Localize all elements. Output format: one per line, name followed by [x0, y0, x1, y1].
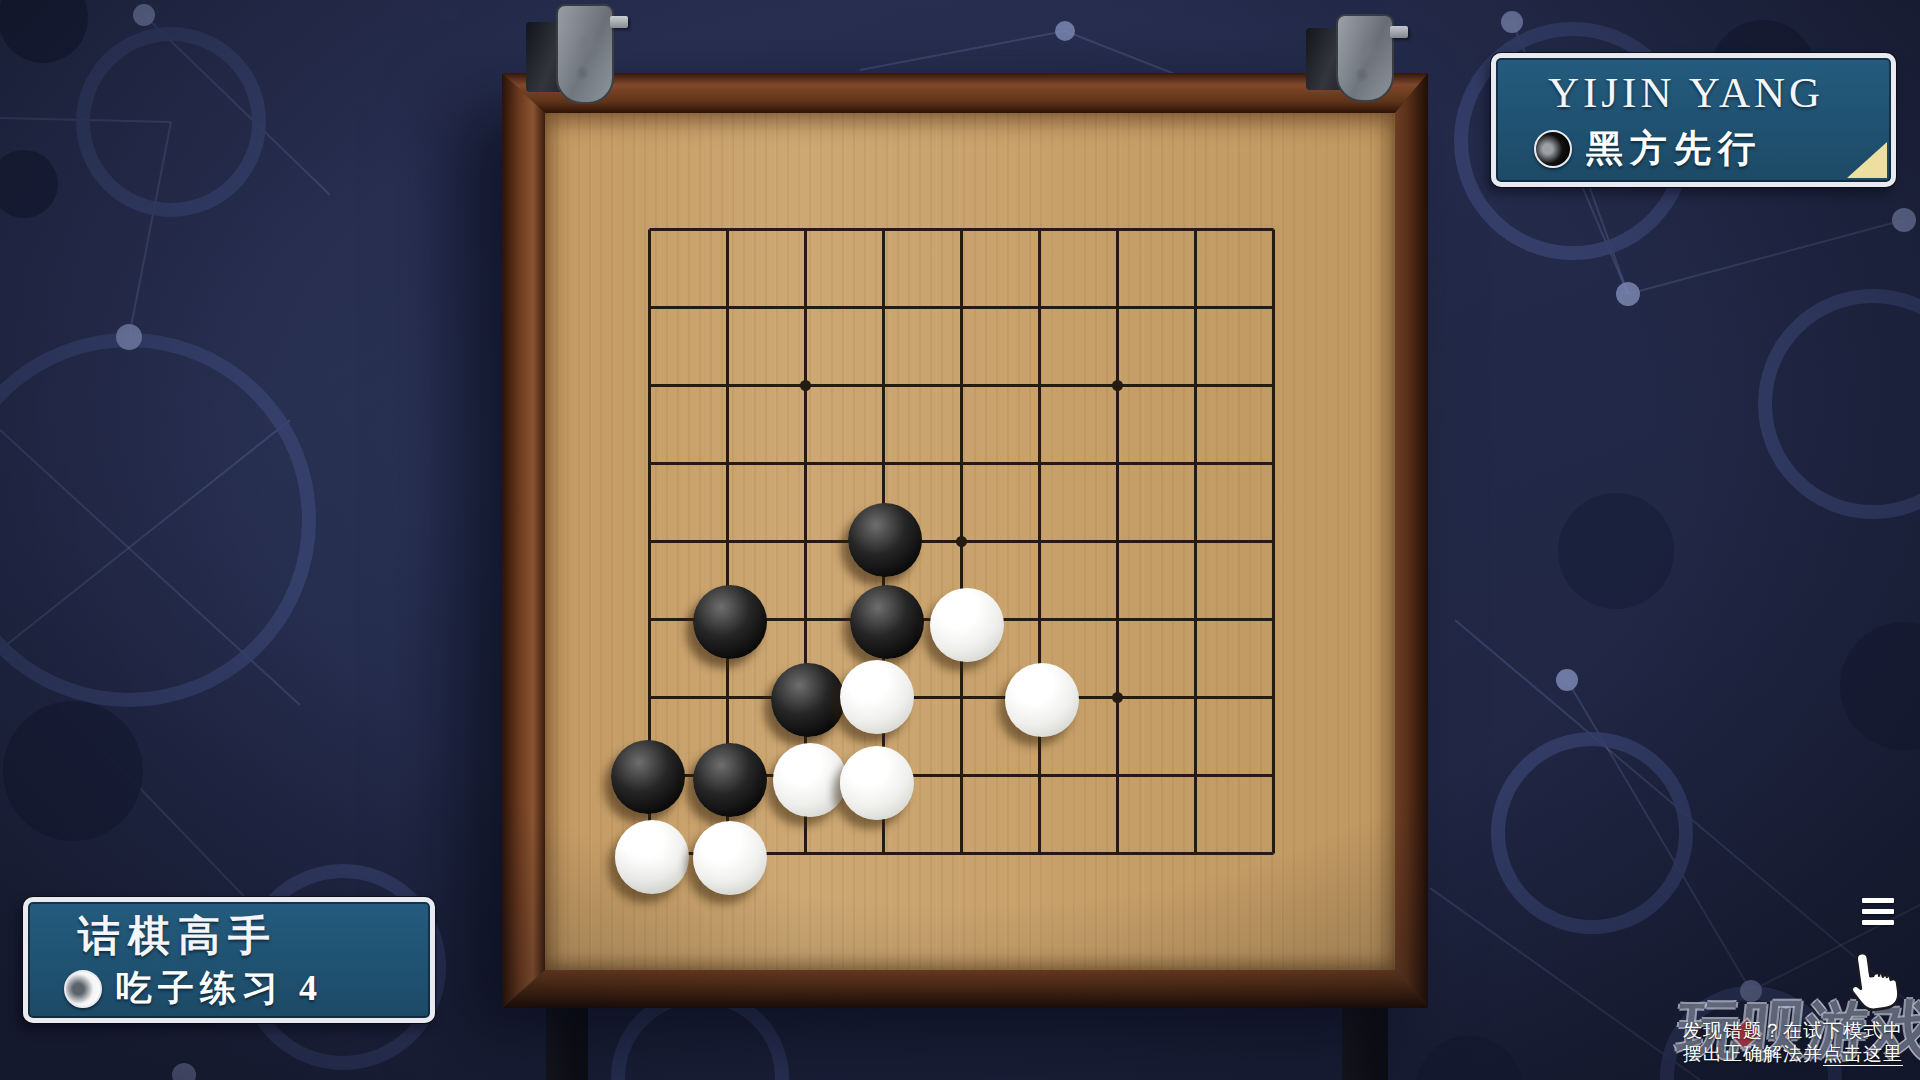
puzzle-subtitle: 吃子练习 4: [116, 964, 323, 1013]
clamp-plate: [1336, 14, 1394, 102]
board-frame-left: [502, 73, 545, 1008]
click-here-link[interactable]: 点击这里: [1823, 1043, 1903, 1066]
board-frame-top: [502, 73, 1428, 113]
turn-label: 黑方先行: [1586, 124, 1762, 174]
black-stone-C3: [771, 663, 845, 737]
white-stone-E4: [930, 588, 1004, 662]
black-stone-D4: [850, 585, 924, 659]
white-stone-A1: [615, 820, 689, 894]
board-frame-bottom: [502, 970, 1428, 1008]
board-clamp-left: [526, 4, 630, 108]
player-name: YIJIN YANG: [1548, 68, 1824, 117]
banner-corner-fold: [1847, 142, 1887, 178]
clamp-knob: [1390, 26, 1408, 38]
black-stone-A2: [611, 740, 685, 814]
player-turn-banner: YIJIN YANG 黑方先行: [1491, 53, 1896, 187]
hint-line1: 发现错题？在试下模式中: [1683, 1019, 1903, 1042]
white-stone-D2: [840, 746, 914, 820]
white-stone-D3: [840, 660, 914, 734]
white-stone-B1: [693, 821, 767, 895]
white-stone-C2: [773, 743, 847, 817]
report-hint-text: 发现错题？在试下模式中 摆出正确解法并点击这里: [1683, 1019, 1903, 1065]
puzzle-title-banner: 诘棋高手 吃子练习 4: [23, 897, 435, 1023]
clamp-knob: [610, 16, 628, 28]
black-stone-D5: [848, 503, 922, 577]
puzzle-series-title: 诘棋高手: [78, 908, 278, 964]
hint-line2: 摆出正确解法并点击这里: [1683, 1042, 1903, 1065]
hamburger-menu-icon[interactable]: [1862, 898, 1894, 926]
go-board[interactable]: [502, 73, 1428, 1008]
black-stone-B4: [693, 585, 767, 659]
hand-pointer-icon: [1842, 944, 1906, 1015]
board-clamp-right: [1306, 14, 1410, 104]
black-stone-icon: [1534, 130, 1572, 168]
white-stone-icon: [64, 970, 102, 1008]
go-puzzle-screen: YIJIN YANG 黑方先行 诘棋高手 吃子练习 4 玩呗游戏 发现错题？在试…: [0, 0, 1920, 1080]
black-stone-B2: [693, 743, 767, 817]
go-board-grid[interactable]: [648, 228, 1275, 855]
white-stone-F3: [1005, 663, 1079, 737]
clamp-plate: [556, 4, 614, 104]
